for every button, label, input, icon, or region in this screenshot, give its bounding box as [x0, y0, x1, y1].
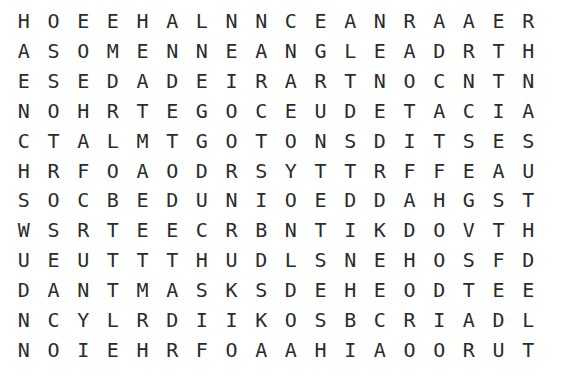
grid-cell-r2c16[interactable]: R [454, 36, 484, 66]
grid-cell-r5c7[interactable]: G [187, 126, 217, 156]
grid-cell-r2c4[interactable]: M [98, 36, 128, 66]
grid-cell-r12c15[interactable]: O [424, 335, 454, 365]
grid-cell-r11c10[interactable]: O [276, 305, 306, 335]
grid-cell-r12c8[interactable]: O [217, 335, 247, 365]
grid-cell-r1c1[interactable]: H [9, 6, 39, 36]
grid-cell-r5c5[interactable]: M [128, 126, 158, 156]
grid-cell-r4c14[interactable]: T [395, 96, 425, 126]
grid-cell-r4c1[interactable]: N [9, 96, 39, 126]
grid-cell-r3c15[interactable]: C [424, 66, 454, 96]
grid-cell-r8c11[interactable]: T [306, 215, 336, 245]
grid-cell-r7c5[interactable]: E [128, 185, 158, 215]
grid-cell-r9c11[interactable]: S [306, 245, 336, 275]
grid-cell-r8c9[interactable]: B [246, 215, 276, 245]
grid-cell-r8c7[interactable]: C [187, 215, 217, 245]
grid-cell-r7c13[interactable]: D [365, 185, 395, 215]
grid-cell-r1c14[interactable]: R [395, 6, 425, 36]
grid-cell-r12c16[interactable]: R [454, 335, 484, 365]
grid-cell-r5c3[interactable]: A [68, 126, 98, 156]
grid-cell-r11c12[interactable]: B [335, 305, 365, 335]
grid-cell-r5c17[interactable]: E [484, 126, 514, 156]
grid-cell-r1c13[interactable]: N [365, 6, 395, 36]
grid-cell-r9c2[interactable]: E [39, 245, 69, 275]
grid-cell-r11c13[interactable]: C [365, 305, 395, 335]
grid-cell-r9c16[interactable]: S [454, 245, 484, 275]
grid-cell-r6c6[interactable]: O [157, 156, 187, 186]
grid-cell-r11c18[interactable]: L [513, 305, 543, 335]
grid-cell-r9c15[interactable]: O [424, 245, 454, 275]
grid-cell-r5c8[interactable]: O [217, 126, 247, 156]
grid-cell-r3c14[interactable]: O [395, 66, 425, 96]
grid-cell-r4c8[interactable]: O [217, 96, 247, 126]
grid-cell-r7c11[interactable]: E [306, 185, 336, 215]
grid-cell-r11c4[interactable]: L [98, 305, 128, 335]
grid-cell-r11c17[interactable]: D [484, 305, 514, 335]
grid-cell-r6c14[interactable]: F [395, 156, 425, 186]
grid-cell-r8c14[interactable]: D [395, 215, 425, 245]
grid-cell-r3c4[interactable]: D [98, 66, 128, 96]
grid-cell-r2c3[interactable]: O [68, 36, 98, 66]
grid-cell-r10c3[interactable]: N [68, 275, 98, 305]
grid-cell-r10c13[interactable]: E [365, 275, 395, 305]
grid-cell-r4c11[interactable]: U [306, 96, 336, 126]
grid-cell-r1c6[interactable]: A [157, 6, 187, 36]
grid-cell-r10c9[interactable]: S [246, 275, 276, 305]
grid-cell-r9c17[interactable]: F [484, 245, 514, 275]
grid-cell-r8c13[interactable]: K [365, 215, 395, 245]
grid-cell-r10c10[interactable]: D [276, 275, 306, 305]
grid-cell-r5c16[interactable]: S [454, 126, 484, 156]
grid-cell-r6c1[interactable]: H [9, 156, 39, 186]
grid-cell-r5c9[interactable]: T [246, 126, 276, 156]
grid-cell-r10c5[interactable]: M [128, 275, 158, 305]
grid-cell-r6c9[interactable]: S [246, 156, 276, 186]
grid-cell-r5c2[interactable]: T [39, 126, 69, 156]
grid-cell-r11c11[interactable]: S [306, 305, 336, 335]
grid-cell-r1c15[interactable]: A [424, 6, 454, 36]
grid-cell-r11c15[interactable]: I [424, 305, 454, 335]
grid-cell-r1c9[interactable]: N [246, 6, 276, 36]
grid-cell-r4c16[interactable]: C [454, 96, 484, 126]
grid-cell-r7c4[interactable]: B [98, 185, 128, 215]
grid-cell-r6c3[interactable]: F [68, 156, 98, 186]
grid-cell-r2c6[interactable]: N [157, 36, 187, 66]
grid-cell-r1c16[interactable]: A [454, 6, 484, 36]
grid-cell-r7c18[interactable]: T [513, 185, 543, 215]
grid-cell-r12c6[interactable]: R [157, 335, 187, 365]
grid-cell-r3c2[interactable]: S [39, 66, 69, 96]
grid-cell-r1c12[interactable]: A [335, 6, 365, 36]
grid-cell-r2c7[interactable]: N [187, 36, 217, 66]
grid-cell-r3c17[interactable]: T [484, 66, 514, 96]
grid-cell-r9c18[interactable]: D [513, 245, 543, 275]
grid-cell-r9c13[interactable]: E [365, 245, 395, 275]
grid-cell-r6c10[interactable]: Y [276, 156, 306, 186]
grid-cell-r12c5[interactable]: H [128, 335, 158, 365]
grid-cell-r7c16[interactable]: G [454, 185, 484, 215]
grid-cell-r12c9[interactable]: A [246, 335, 276, 365]
grid-cell-r11c16[interactable]: A [454, 305, 484, 335]
grid-cell-r11c7[interactable]: I [187, 305, 217, 335]
grid-cell-r4c18[interactable]: A [513, 96, 543, 126]
grid-cell-r1c7[interactable]: L [187, 6, 217, 36]
grid-cell-r7c17[interactable]: S [484, 185, 514, 215]
grid-cell-r10c7[interactable]: S [187, 275, 217, 305]
grid-cell-r7c12[interactable]: D [335, 185, 365, 215]
grid-cell-r8c10[interactable]: N [276, 215, 306, 245]
grid-cell-r10c1[interactable]: D [9, 275, 39, 305]
grid-cell-r4c4[interactable]: R [98, 96, 128, 126]
grid-cell-r10c16[interactable]: T [454, 275, 484, 305]
grid-cell-r8c2[interactable]: S [39, 215, 69, 245]
grid-cell-r9c8[interactable]: U [217, 245, 247, 275]
grid-cell-r11c2[interactable]: C [39, 305, 69, 335]
grid-cell-r10c8[interactable]: K [217, 275, 247, 305]
grid-cell-r7c9[interactable]: I [246, 185, 276, 215]
grid-cell-r12c12[interactable]: I [335, 335, 365, 365]
grid-cell-r4c10[interactable]: E [276, 96, 306, 126]
grid-cell-r3c16[interactable]: N [454, 66, 484, 96]
grid-cell-r1c10[interactable]: C [276, 6, 306, 36]
grid-cell-r9c3[interactable]: U [68, 245, 98, 275]
grid-cell-r4c6[interactable]: E [157, 96, 187, 126]
grid-cell-r12c14[interactable]: O [395, 335, 425, 365]
grid-cell-r10c12[interactable]: H [335, 275, 365, 305]
grid-cell-r2c1[interactable]: A [9, 36, 39, 66]
grid-cell-r6c15[interactable]: F [424, 156, 454, 186]
grid-cell-r7c10[interactable]: O [276, 185, 306, 215]
grid-cell-r8c12[interactable]: I [335, 215, 365, 245]
grid-cell-r6c18[interactable]: U [513, 156, 543, 186]
grid-cell-r12c13[interactable]: A [365, 335, 395, 365]
grid-cell-r10c15[interactable]: D [424, 275, 454, 305]
grid-cell-r1c17[interactable]: E [484, 6, 514, 36]
grid-cell-r9c12[interactable]: N [335, 245, 365, 275]
grid-cell-r6c7[interactable]: D [187, 156, 217, 186]
grid-cell-r7c3[interactable]: C [68, 185, 98, 215]
grid-cell-r4c3[interactable]: H [68, 96, 98, 126]
grid-cell-r5c13[interactable]: D [365, 126, 395, 156]
grid-cell-r6c4[interactable]: O [98, 156, 128, 186]
grid-cell-r8c16[interactable]: V [454, 215, 484, 245]
word-search-puzzle: HOEEHALNNCEANRAAERASOMENNEANGLEADRTHESED… [0, 0, 566, 376]
grid-cell-r12c7[interactable]: F [187, 335, 217, 365]
grid-cell-r12c4[interactable]: E [98, 335, 128, 365]
grid-cell-r9c5[interactable]: T [128, 245, 158, 275]
grid-cell-r11c14[interactable]: R [395, 305, 425, 335]
grid-cell-r12c11[interactable]: H [306, 335, 336, 365]
grid-cell-r7c15[interactable]: H [424, 185, 454, 215]
grid-cell-r8c6[interactable]: E [157, 215, 187, 245]
grid-cell-r11c8[interactable]: I [217, 305, 247, 335]
grid-cell-r4c17[interactable]: I [484, 96, 514, 126]
grid-cell-r8c4[interactable]: T [98, 215, 128, 245]
grid-cell-r8c15[interactable]: O [424, 215, 454, 245]
grid-cell-r9c6[interactable]: T [157, 245, 187, 275]
grid-cell-r12c10[interactable]: A [276, 335, 306, 365]
grid-cell-r8c8[interactable]: R [217, 215, 247, 245]
grid-cell-r3c6[interactable]: D [157, 66, 187, 96]
grid-cell-r2c10[interactable]: N [276, 36, 306, 66]
grid-cell-r2c17[interactable]: T [484, 36, 514, 66]
grid-cell-r1c5[interactable]: H [128, 6, 158, 36]
grid-cell-r2c12[interactable]: L [335, 36, 365, 66]
grid-cell-r10c4[interactable]: T [98, 275, 128, 305]
grid-cell-r2c8[interactable]: E [217, 36, 247, 66]
grid-cell-r10c11[interactable]: E [306, 275, 336, 305]
grid-cell-r5c18[interactable]: S [513, 126, 543, 156]
grid-cell-r2c9[interactable]: A [246, 36, 276, 66]
grid-cell-r11c5[interactable]: R [128, 305, 158, 335]
grid-cell-r5c4[interactable]: L [98, 126, 128, 156]
grid-cell-r3c3[interactable]: E [68, 66, 98, 96]
grid-cell-r3c8[interactable]: I [217, 66, 247, 96]
grid-cell-r3c5[interactable]: A [128, 66, 158, 96]
grid-cell-r5c6[interactable]: T [157, 126, 187, 156]
grid-cell-r2c13[interactable]: E [365, 36, 395, 66]
grid-cell-r6c12[interactable]: T [335, 156, 365, 186]
grid-cell-r5c11[interactable]: N [306, 126, 336, 156]
grid-cell-r3c18[interactable]: N [513, 66, 543, 96]
grid-cell-r2c14[interactable]: A [395, 36, 425, 66]
grid-cell-r6c17[interactable]: A [484, 156, 514, 186]
grid-cell-r1c11[interactable]: E [306, 6, 336, 36]
grid-cell-r7c14[interactable]: A [395, 185, 425, 215]
grid-cell-r7c1[interactable]: S [9, 185, 39, 215]
grid-cell-r8c5[interactable]: E [128, 215, 158, 245]
word-search-grid: HOEEHALNNCEANRAAERASOMENNEANGLEADRTHESED… [9, 6, 543, 365]
grid-cell-r5c14[interactable]: I [395, 126, 425, 156]
grid-cell-r11c9[interactable]: K [246, 305, 276, 335]
grid-cell-r6c2[interactable]: R [39, 156, 69, 186]
grid-cell-r11c3[interactable]: Y [68, 305, 98, 335]
grid-cell-r2c15[interactable]: D [424, 36, 454, 66]
grid-cell-r12c1[interactable]: N [9, 335, 39, 365]
grid-cell-r10c18[interactable]: E [513, 275, 543, 305]
grid-cell-r10c14[interactable]: O [395, 275, 425, 305]
grid-cell-r4c7[interactable]: G [187, 96, 217, 126]
grid-cell-r1c18[interactable]: R [513, 6, 543, 36]
grid-cell-r12c3[interactable]: I [68, 335, 98, 365]
grid-cell-r4c15[interactable]: A [424, 96, 454, 126]
grid-cell-r3c11[interactable]: R [306, 66, 336, 96]
grid-cell-r8c3[interactable]: R [68, 215, 98, 245]
grid-cell-r12c2[interactable]: O [39, 335, 69, 365]
grid-cell-r9c4[interactable]: T [98, 245, 128, 275]
grid-cell-r7c6[interactable]: D [157, 185, 187, 215]
grid-cell-r1c8[interactable]: N [217, 6, 247, 36]
grid-cell-r5c1[interactable]: C [9, 126, 39, 156]
grid-cell-r10c17[interactable]: E [484, 275, 514, 305]
grid-cell-r11c1[interactable]: N [9, 305, 39, 335]
grid-cell-r7c2[interactable]: O [39, 185, 69, 215]
grid-cell-r11c6[interactable]: D [157, 305, 187, 335]
grid-cell-r2c5[interactable]: E [128, 36, 158, 66]
grid-cell-r6c13[interactable]: R [365, 156, 395, 186]
grid-cell-r8c1[interactable]: W [9, 215, 39, 245]
grid-cell-r5c15[interactable]: T [424, 126, 454, 156]
grid-cell-r4c5[interactable]: T [128, 96, 158, 126]
grid-cell-r6c8[interactable]: R [217, 156, 247, 186]
grid-cell-r1c2[interactable]: O [39, 6, 69, 36]
grid-cell-r3c10[interactable]: A [276, 66, 306, 96]
grid-cell-r3c13[interactable]: N [365, 66, 395, 96]
grid-cell-r2c2[interactable]: S [39, 36, 69, 66]
grid-cell-r9c7[interactable]: H [187, 245, 217, 275]
grid-cell-r3c12[interactable]: T [335, 66, 365, 96]
grid-cell-r10c6[interactable]: A [157, 275, 187, 305]
grid-cell-r1c4[interactable]: E [98, 6, 128, 36]
grid-cell-r10c2[interactable]: A [39, 275, 69, 305]
grid-cell-r1c3[interactable]: E [68, 6, 98, 36]
grid-cell-r9c9[interactable]: D [246, 245, 276, 275]
grid-cell-r4c12[interactable]: D [335, 96, 365, 126]
grid-cell-r4c9[interactable]: C [246, 96, 276, 126]
grid-cell-r3c7[interactable]: E [187, 66, 217, 96]
grid-cell-r7c7[interactable]: U [187, 185, 217, 215]
grid-cell-r6c11[interactable]: T [306, 156, 336, 186]
grid-cell-r12c18[interactable]: T [513, 335, 543, 365]
grid-cell-r6c16[interactable]: E [454, 156, 484, 186]
grid-cell-r7c8[interactable]: N [217, 185, 247, 215]
grid-cell-r9c1[interactable]: U [9, 245, 39, 275]
grid-cell-r2c11[interactable]: G [306, 36, 336, 66]
grid-cell-r4c13[interactable]: E [365, 96, 395, 126]
grid-cell-r8c17[interactable]: T [484, 215, 514, 245]
grid-cell-r9c14[interactable]: H [395, 245, 425, 275]
grid-cell-r12c17[interactable]: U [484, 335, 514, 365]
grid-cell-r3c1[interactable]: E [9, 66, 39, 96]
grid-cell-r3c9[interactable]: R [246, 66, 276, 96]
grid-cell-r2c18[interactable]: H [513, 36, 543, 66]
grid-cell-r5c12[interactable]: S [335, 126, 365, 156]
grid-cell-r6c5[interactable]: A [128, 156, 158, 186]
grid-cell-r8c18[interactable]: H [513, 215, 543, 245]
grid-cell-r5c10[interactable]: O [276, 126, 306, 156]
grid-cell-r4c2[interactable]: O [39, 96, 69, 126]
grid-cell-r9c10[interactable]: L [276, 245, 306, 275]
